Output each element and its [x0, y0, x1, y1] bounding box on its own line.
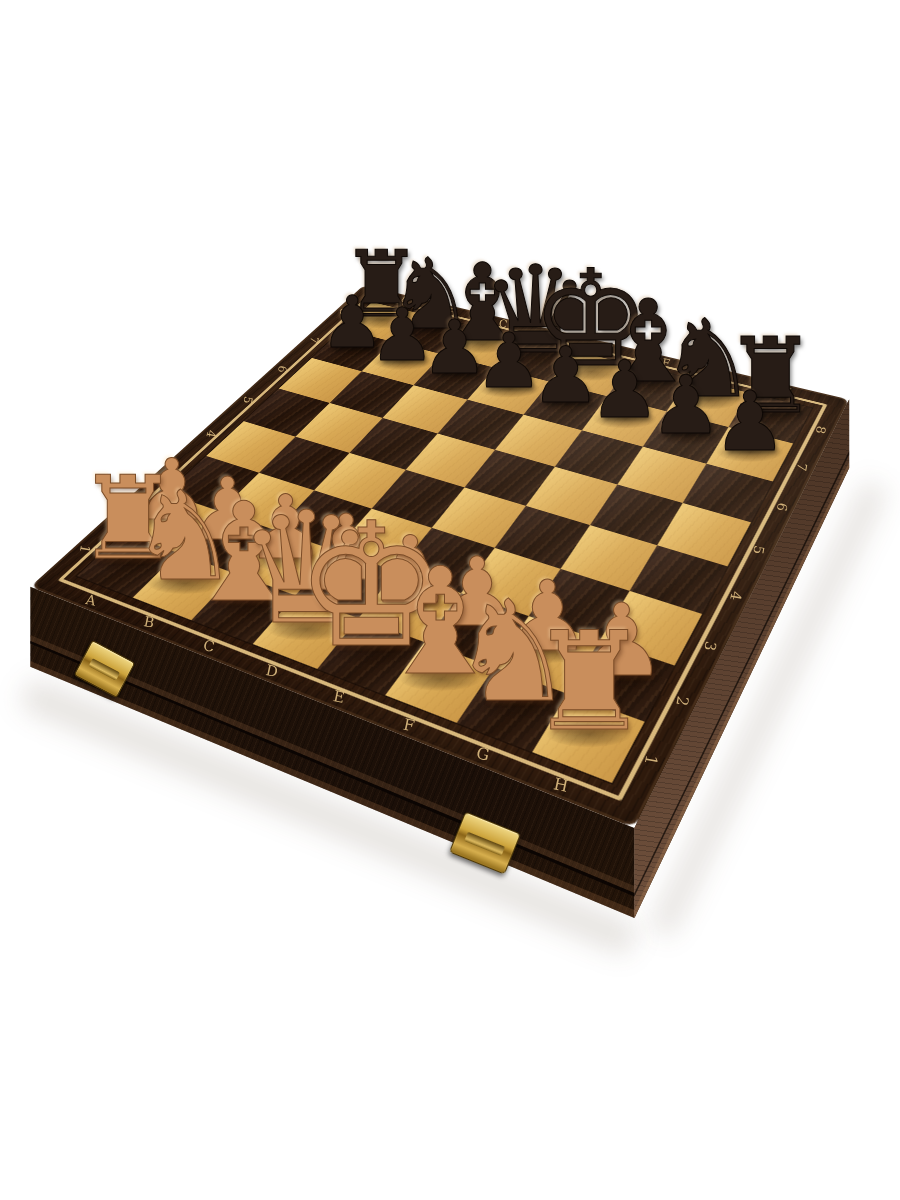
white-rook-glyph: ♜	[528, 614, 651, 751]
piece-white-rook-h1[interactable]: ♜	[528, 614, 651, 751]
black-pawn-glyph: ♟	[713, 381, 787, 463]
product-photo-scene: AABBCCDDEEFFGGHH1122334455667788 ♜♞♝♛♚♝♞…	[0, 0, 900, 1200]
piece-black-pawn-g7[interactable]: ♟	[650, 366, 722, 447]
piece-black-pawn-h7[interactable]: ♟	[713, 381, 787, 463]
black-pawn-glyph: ♟	[650, 366, 722, 447]
